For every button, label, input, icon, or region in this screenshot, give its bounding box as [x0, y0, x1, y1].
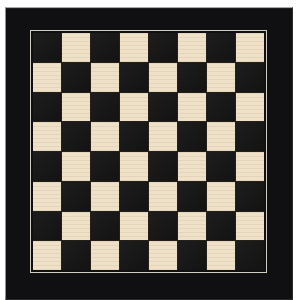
board-square[interactable]	[120, 182, 148, 211]
board-square[interactable]	[91, 182, 119, 211]
board-square[interactable]	[178, 152, 206, 181]
playing-area	[33, 33, 264, 270]
board-square[interactable]	[236, 33, 264, 62]
product-photo-background	[0, 0, 300, 300]
board-square[interactable]	[207, 241, 235, 270]
board-square[interactable]	[178, 212, 206, 241]
board-square[interactable]	[207, 93, 235, 122]
board-square[interactable]	[120, 63, 148, 92]
board-square[interactable]	[149, 241, 177, 270]
board-square[interactable]	[178, 182, 206, 211]
chess-board-frame	[5, 7, 293, 300]
board-square[interactable]	[236, 93, 264, 122]
board-square[interactable]	[33, 212, 61, 241]
board-square[interactable]	[178, 63, 206, 92]
board-square[interactable]	[236, 182, 264, 211]
board-square[interactable]	[62, 63, 90, 92]
board-square[interactable]	[149, 122, 177, 151]
board-square[interactable]	[91, 241, 119, 270]
board-square[interactable]	[178, 241, 206, 270]
board-square[interactable]	[91, 212, 119, 241]
board-square[interactable]	[91, 63, 119, 92]
board-square[interactable]	[178, 122, 206, 151]
board-square[interactable]	[33, 33, 61, 62]
board-square[interactable]	[149, 182, 177, 211]
board-square[interactable]	[120, 122, 148, 151]
board-square[interactable]	[178, 93, 206, 122]
board-square[interactable]	[33, 122, 61, 151]
board-square[interactable]	[62, 152, 90, 181]
board-square[interactable]	[149, 152, 177, 181]
board-square[interactable]	[207, 152, 235, 181]
board-square[interactable]	[120, 241, 148, 270]
board-square[interactable]	[62, 182, 90, 211]
board-square[interactable]	[33, 182, 61, 211]
board-square[interactable]	[207, 212, 235, 241]
board-square[interactable]	[33, 63, 61, 92]
board-square[interactable]	[62, 241, 90, 270]
board-square[interactable]	[149, 63, 177, 92]
board-square[interactable]	[149, 33, 177, 62]
board-square[interactable]	[149, 93, 177, 122]
board-square[interactable]	[149, 212, 177, 241]
board-square[interactable]	[62, 33, 90, 62]
board-square[interactable]	[120, 33, 148, 62]
board-square[interactable]	[236, 241, 264, 270]
board-square[interactable]	[91, 152, 119, 181]
board-square[interactable]	[33, 93, 61, 122]
board-square[interactable]	[236, 212, 264, 241]
board-square[interactable]	[120, 152, 148, 181]
board-square[interactable]	[236, 152, 264, 181]
board-square[interactable]	[33, 241, 61, 270]
board-square[interactable]	[207, 182, 235, 211]
board-square[interactable]	[178, 33, 206, 62]
board-square[interactable]	[62, 122, 90, 151]
board-square[interactable]	[207, 63, 235, 92]
board-square[interactable]	[91, 93, 119, 122]
board-square[interactable]	[91, 122, 119, 151]
board-square[interactable]	[207, 122, 235, 151]
board-square[interactable]	[236, 122, 264, 151]
board-square[interactable]	[207, 33, 235, 62]
board-square[interactable]	[120, 93, 148, 122]
board-square[interactable]	[236, 63, 264, 92]
board-square[interactable]	[62, 212, 90, 241]
board-square[interactable]	[91, 33, 119, 62]
board-square[interactable]	[33, 152, 61, 181]
board-square[interactable]	[120, 212, 148, 241]
board-square[interactable]	[62, 93, 90, 122]
inlay-border	[30, 30, 267, 273]
